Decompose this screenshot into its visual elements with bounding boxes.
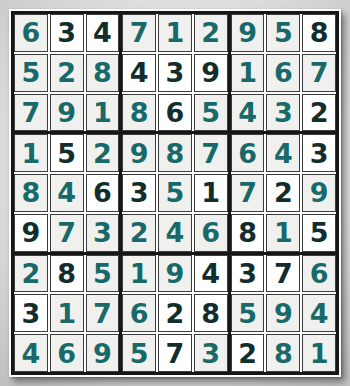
sudoku-cell-r2c3[interactable]: 8 — [86, 54, 120, 92]
sudoku-board: 6345287917124398659581674321528469739873… — [11, 11, 339, 375]
sudoku-cell-r3c8[interactable]: 3 — [266, 94, 300, 132]
sudoku-cell-r3c6[interactable]: 5 — [194, 94, 228, 132]
sudoku-block-r3c3: 376594281 — [231, 255, 336, 372]
sudoku-cell-r8c1[interactable]: 3 — [14, 294, 48, 332]
sudoku-cell-r2c9[interactable]: 7 — [302, 54, 336, 92]
sudoku-block-r1c3: 958167432 — [231, 14, 336, 131]
sudoku-cell-r5c4[interactable]: 3 — [122, 174, 156, 212]
sudoku-cell-r4c3[interactable]: 2 — [86, 134, 120, 172]
sudoku-cell-r5c3[interactable]: 6 — [86, 174, 120, 212]
sudoku-cell-r6c5[interactable]: 4 — [158, 214, 192, 252]
sudoku-cell-r5c1[interactable]: 8 — [14, 174, 48, 212]
sudoku-cell-r1c7[interactable]: 9 — [231, 14, 265, 52]
sudoku-cell-r9c2[interactable]: 6 — [50, 334, 84, 372]
sudoku-block-r2c1: 152846973 — [14, 134, 119, 251]
sudoku-cell-r8c8[interactable]: 9 — [266, 294, 300, 332]
sudoku-cell-r6c4[interactable]: 2 — [122, 214, 156, 252]
sudoku-cell-r6c3[interactable]: 3 — [86, 214, 120, 252]
sudoku-cell-r2c2[interactable]: 2 — [50, 54, 84, 92]
sudoku-block-r3c1: 285317469 — [14, 255, 119, 372]
sudoku-cell-r2c6[interactable]: 9 — [194, 54, 228, 92]
sudoku-cell-r1c1[interactable]: 6 — [14, 14, 48, 52]
sudoku-cell-r7c5[interactable]: 9 — [158, 255, 192, 293]
sudoku-cell-r6c9[interactable]: 5 — [302, 214, 336, 252]
sudoku-cell-r3c2[interactable]: 9 — [50, 94, 84, 132]
sudoku-cell-r8c4[interactable]: 6 — [122, 294, 156, 332]
sudoku-cell-r3c1[interactable]: 7 — [14, 94, 48, 132]
sudoku-cell-r7c4[interactable]: 1 — [122, 255, 156, 293]
sudoku-cell-r4c2[interactable]: 5 — [50, 134, 84, 172]
sudoku-cell-r7c3[interactable]: 5 — [86, 255, 120, 293]
sudoku-cell-r6c1[interactable]: 9 — [14, 214, 48, 252]
sudoku-cell-r9c8[interactable]: 8 — [266, 334, 300, 372]
sudoku-cell-r1c3[interactable]: 4 — [86, 14, 120, 52]
sudoku-cell-r7c9[interactable]: 6 — [302, 255, 336, 293]
sudoku-cell-r6c6[interactable]: 6 — [194, 214, 228, 252]
sudoku-cell-r7c2[interactable]: 8 — [50, 255, 84, 293]
sudoku-cell-r5c6[interactable]: 1 — [194, 174, 228, 212]
sudoku-cell-r8c6[interactable]: 8 — [194, 294, 228, 332]
sudoku-cell-r9c9[interactable]: 1 — [302, 334, 336, 372]
sudoku-cell-r1c5[interactable]: 1 — [158, 14, 192, 52]
sudoku-cell-r1c8[interactable]: 5 — [266, 14, 300, 52]
sudoku-cell-r5c2[interactable]: 4 — [50, 174, 84, 212]
sudoku-cell-r8c2[interactable]: 1 — [50, 294, 84, 332]
sudoku-block-r1c1: 634528791 — [14, 14, 119, 131]
sudoku-block-r2c3: 643729815 — [231, 134, 336, 251]
sudoku-cell-r5c5[interactable]: 5 — [158, 174, 192, 212]
sudoku-cell-r2c8[interactable]: 6 — [266, 54, 300, 92]
sudoku-cell-r8c9[interactable]: 4 — [302, 294, 336, 332]
sudoku-cell-r5c7[interactable]: 7 — [231, 174, 265, 212]
sudoku-cell-r4c7[interactable]: 6 — [231, 134, 265, 172]
sudoku-cell-r1c9[interactable]: 8 — [302, 14, 336, 52]
sudoku-cell-r2c4[interactable]: 4 — [122, 54, 156, 92]
sudoku-block-r1c2: 712439865 — [122, 14, 227, 131]
sudoku-cell-r2c7[interactable]: 1 — [231, 54, 265, 92]
sudoku-cell-r4c5[interactable]: 8 — [158, 134, 192, 172]
sudoku-cell-r7c6[interactable]: 4 — [194, 255, 228, 293]
sudoku-cell-r4c9[interactable]: 3 — [302, 134, 336, 172]
sudoku-cell-r4c4[interactable]: 9 — [122, 134, 156, 172]
sudoku-cell-r3c3[interactable]: 1 — [86, 94, 120, 132]
sudoku-cell-r1c6[interactable]: 2 — [194, 14, 228, 52]
sudoku-cell-r1c2[interactable]: 3 — [50, 14, 84, 52]
sudoku-cell-r2c1[interactable]: 5 — [14, 54, 48, 92]
sudoku-cell-r4c8[interactable]: 4 — [266, 134, 300, 172]
sudoku-cell-r7c1[interactable]: 2 — [14, 255, 48, 293]
sudoku-cell-r9c5[interactable]: 7 — [158, 334, 192, 372]
sudoku-cell-r8c5[interactable]: 2 — [158, 294, 192, 332]
sudoku-cell-r9c1[interactable]: 4 — [14, 334, 48, 372]
sudoku-block-r3c2: 194628573 — [122, 255, 227, 372]
sudoku-cell-r1c4[interactable]: 7 — [122, 14, 156, 52]
sudoku-cell-r6c7[interactable]: 8 — [231, 214, 265, 252]
sudoku-cell-r5c9[interactable]: 9 — [302, 174, 336, 212]
sudoku-cell-r6c2[interactable]: 7 — [50, 214, 84, 252]
sudoku-cell-r8c7[interactable]: 5 — [231, 294, 265, 332]
sudoku-cell-r4c1[interactable]: 1 — [14, 134, 48, 172]
sudoku-cell-r7c7[interactable]: 3 — [231, 255, 265, 293]
sudoku-cell-r9c3[interactable]: 9 — [86, 334, 120, 372]
sudoku-cell-r4c6[interactable]: 7 — [194, 134, 228, 172]
sudoku-cell-r9c7[interactable]: 2 — [231, 334, 265, 372]
sudoku-board-frame: 6345287917124398659581674321528469739873… — [9, 9, 341, 377]
sudoku-cell-r8c3[interactable]: 7 — [86, 294, 120, 332]
sudoku-cell-r9c6[interactable]: 3 — [194, 334, 228, 372]
sudoku-block-r2c2: 987351246 — [122, 134, 227, 251]
sudoku-cell-r3c7[interactable]: 4 — [231, 94, 265, 132]
sudoku-cell-r9c4[interactable]: 5 — [122, 334, 156, 372]
sudoku-cell-r3c4[interactable]: 8 — [122, 94, 156, 132]
sudoku-cell-r3c5[interactable]: 6 — [158, 94, 192, 132]
sudoku-cell-r6c8[interactable]: 1 — [266, 214, 300, 252]
sudoku-cell-r7c8[interactable]: 7 — [266, 255, 300, 293]
sudoku-cell-r2c5[interactable]: 3 — [158, 54, 192, 92]
sudoku-cell-r3c9[interactable]: 2 — [302, 94, 336, 132]
sudoku-cell-r5c8[interactable]: 2 — [266, 174, 300, 212]
